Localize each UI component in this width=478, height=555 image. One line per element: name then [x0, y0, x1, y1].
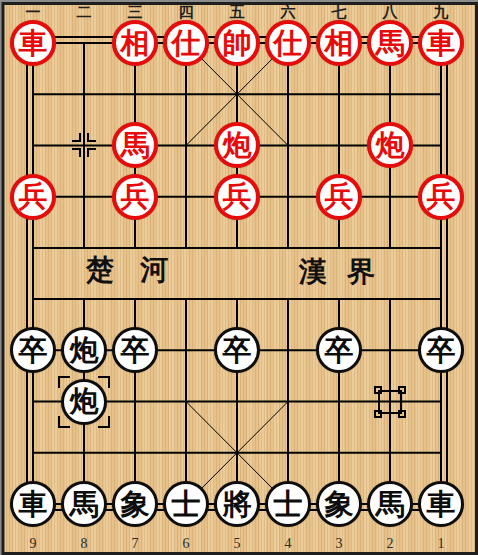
file-label-bottom-7: 3 — [336, 537, 343, 551]
red-elephant[interactable]: 相 — [316, 20, 362, 66]
black-general[interactable]: 將 — [214, 481, 260, 527]
file-label-bottom-2: 8 — [81, 537, 88, 551]
red-soldier[interactable]: 兵 — [316, 174, 362, 220]
river-text-han-jie: 漢界 — [299, 258, 395, 286]
black-advisor[interactable]: 士 — [163, 481, 209, 527]
black-horse[interactable]: 馬 — [61, 481, 107, 527]
red-soldier[interactable]: 兵 — [112, 174, 158, 220]
marker-origin-cross — [70, 131, 98, 159]
file-label-top-3: 三 — [128, 5, 143, 20]
red-advisor[interactable]: 仕 — [163, 20, 209, 66]
black-soldier[interactable]: 卒 — [418, 327, 464, 373]
black-elephant[interactable]: 象 — [316, 481, 362, 527]
river-text-chu-he: 楚河 — [86, 256, 194, 284]
file-label-top-9: 九 — [434, 5, 449, 20]
file-label-bottom-5: 5 — [234, 537, 241, 551]
black-advisor[interactable]: 士 — [265, 481, 311, 527]
file-label-bottom-1: 9 — [30, 537, 37, 551]
red-soldier[interactable]: 兵 — [214, 174, 260, 220]
black-chariot[interactable]: 車 — [418, 481, 464, 527]
file-label-bottom-6: 4 — [285, 537, 292, 551]
black-cannon[interactable]: 炮 — [61, 379, 107, 425]
black-soldier[interactable]: 卒 — [112, 327, 158, 373]
black-soldier[interactable]: 卒 — [214, 327, 260, 373]
black-horse[interactable]: 馬 — [367, 481, 413, 527]
file-label-top-2: 二 — [77, 5, 92, 20]
file-label-top-6: 六 — [281, 5, 296, 20]
red-soldier[interactable]: 兵 — [418, 174, 464, 220]
black-chariot[interactable]: 車 — [10, 481, 56, 527]
black-soldier[interactable]: 卒 — [316, 327, 362, 373]
red-elephant[interactable]: 相 — [112, 20, 158, 66]
file-label-bottom-8: 2 — [387, 537, 394, 551]
file-label-bottom-9: 1 — [438, 537, 445, 551]
xiangqi-board[interactable]: 楚河 漢界 一二三四五六七八九987654321 車相仕帥仕相馬車馬炮炮兵兵兵兵… — [0, 0, 478, 555]
red-advisor[interactable]: 仕 — [265, 20, 311, 66]
board-grid-lines — [0, 0, 478, 555]
black-elephant[interactable]: 象 — [112, 481, 158, 527]
red-chariot[interactable]: 車 — [10, 20, 56, 66]
red-horse[interactable]: 馬 — [367, 20, 413, 66]
file-label-bottom-4: 6 — [183, 537, 190, 551]
black-soldier[interactable]: 卒 — [10, 327, 56, 373]
file-label-bottom-3: 7 — [132, 537, 139, 551]
file-label-top-8: 八 — [383, 5, 398, 20]
marker-origin-square — [378, 390, 402, 414]
file-label-top-4: 四 — [179, 5, 194, 20]
file-label-top-7: 七 — [332, 5, 347, 20]
file-label-top-5: 五 — [230, 5, 245, 20]
black-cannon[interactable]: 炮 — [61, 327, 107, 373]
red-soldier[interactable]: 兵 — [10, 174, 56, 220]
file-label-top-1: 一 — [26, 5, 41, 20]
red-chariot[interactable]: 車 — [418, 20, 464, 66]
red-general[interactable]: 帥 — [214, 20, 260, 66]
xiangqi-app-window: 楚河 漢界 一二三四五六七八九987654321 車相仕帥仕相馬車馬炮炮兵兵兵兵… — [0, 0, 478, 555]
